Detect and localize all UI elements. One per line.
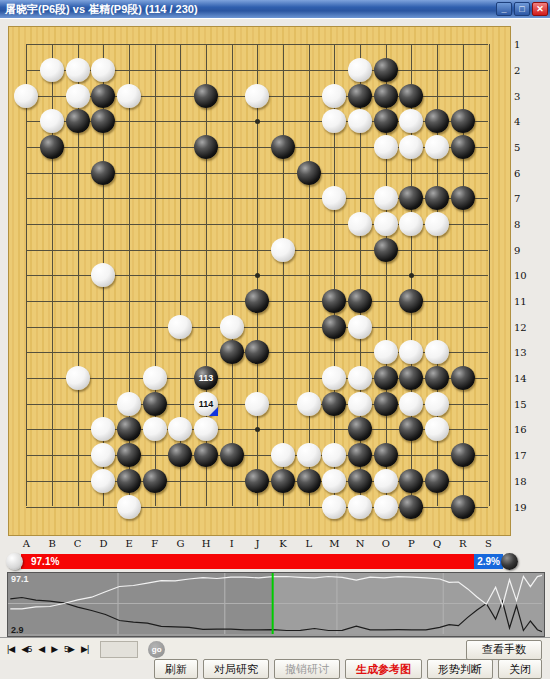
go-stone[interactable] — [271, 135, 295, 159]
go-stone[interactable] — [322, 443, 346, 467]
action-button-3[interactable]: 生成参考图 — [345, 659, 422, 679]
view-move-numbers-button[interactable]: 查看手数 — [466, 640, 542, 660]
go-stone[interactable] — [168, 315, 192, 339]
first-move-button[interactable]: |◀ — [7, 644, 14, 654]
move-number-input[interactable] — [100, 641, 138, 658]
maximize-button[interactable]: □ — [514, 2, 530, 16]
last-move-marker — [209, 407, 218, 416]
go-stone[interactable] — [451, 366, 475, 390]
go-stone[interactable] — [374, 366, 398, 390]
go-stone[interactable] — [91, 84, 115, 108]
go-stone[interactable] — [245, 469, 269, 493]
go-stone[interactable] — [451, 109, 475, 133]
go-stone[interactable] — [348, 417, 372, 441]
go-stone[interactable] — [425, 417, 449, 441]
go-stone[interactable] — [348, 84, 372, 108]
go-stone[interactable] — [322, 469, 346, 493]
winrate-graph-canvas — [8, 573, 542, 634]
go-stone[interactable] — [374, 340, 398, 364]
go-stone[interactable] — [348, 315, 372, 339]
go-stone[interactable] — [322, 84, 346, 108]
action-button-row: 刷新对局研究撤销研讨生成参考图形势判断关闭 — [0, 659, 542, 679]
go-stone[interactable] — [66, 84, 90, 108]
go-stone[interactable] — [91, 109, 115, 133]
go-stone[interactable] — [40, 109, 64, 133]
go-stone[interactable] — [143, 417, 167, 441]
forward-button[interactable]: ▶ — [51, 644, 57, 654]
go-stone[interactable] — [322, 315, 346, 339]
go-stone[interactable] — [117, 495, 141, 519]
action-button-0[interactable]: 刷新 — [154, 659, 198, 679]
winrate-bar: 97.1% 2.9% — [6, 553, 518, 570]
go-stone[interactable] — [425, 186, 449, 210]
close-button[interactable]: ✕ — [532, 2, 548, 16]
go-stone[interactable] — [374, 392, 398, 416]
go-stone[interactable] — [271, 469, 295, 493]
go-stone[interactable] — [348, 469, 372, 493]
go-stone[interactable] — [348, 366, 372, 390]
go-stone[interactable] — [399, 186, 423, 210]
forward-5-button[interactable]: 5▶ — [64, 644, 74, 654]
black-winrate-segment: 2.9% — [474, 554, 503, 569]
go-stone[interactable] — [425, 109, 449, 133]
graph-max-label: 97.1 — [11, 574, 29, 584]
go-stone[interactable] — [374, 84, 398, 108]
go-stone[interactable] — [117, 392, 141, 416]
go-button[interactable]: go — [148, 641, 165, 658]
go-stone[interactable] — [40, 135, 64, 159]
action-button-4[interactable]: 形势判断 — [427, 659, 493, 679]
graph-min-label: 2.9 — [11, 625, 24, 635]
go-stone[interactable] — [399, 417, 423, 441]
window-title: 屠晓宇(P6段) vs 崔精(P9段) (114 / 230) — [5, 2, 198, 17]
star-point — [409, 273, 414, 278]
go-stone[interactable] — [425, 212, 449, 236]
go-stone[interactable] — [117, 84, 141, 108]
go-stone[interactable] — [399, 135, 423, 159]
go-stone[interactable] — [245, 84, 269, 108]
go-stone[interactable] — [451, 135, 475, 159]
back-5-button[interactable]: ◀5 — [21, 644, 31, 654]
go-stone[interactable] — [399, 495, 423, 519]
go-stone[interactable] — [322, 495, 346, 519]
go-stone[interactable] — [117, 417, 141, 441]
column-coordinates: ABCDEFGHIJKLMNOPQRS — [8, 538, 511, 551]
go-stone[interactable] — [194, 84, 218, 108]
back-button[interactable]: ◀ — [38, 644, 44, 654]
go-stone[interactable] — [425, 366, 449, 390]
go-stone[interactable] — [374, 469, 398, 493]
go-stone[interactable] — [451, 495, 475, 519]
go-stone[interactable] — [348, 392, 372, 416]
go-stone[interactable] — [245, 392, 269, 416]
go-stone[interactable] — [194, 135, 218, 159]
action-button-2: 撤销研讨 — [274, 659, 340, 679]
go-stone[interactable] — [297, 469, 321, 493]
go-stone[interactable] — [91, 263, 115, 287]
action-button-1[interactable]: 对局研究 — [203, 659, 269, 679]
go-stone[interactable] — [425, 340, 449, 364]
go-stone[interactable] — [425, 469, 449, 493]
go-stone[interactable] — [425, 135, 449, 159]
go-stone[interactable] — [399, 392, 423, 416]
go-stone[interactable] — [322, 109, 346, 133]
action-button-5[interactable]: 关闭 — [498, 659, 542, 679]
go-stone[interactable] — [348, 495, 372, 519]
go-stone[interactable] — [220, 315, 244, 339]
minimize-button[interactable]: _ — [496, 2, 512, 16]
go-stone[interactable] — [271, 238, 295, 262]
go-board[interactable]: 113114 — [8, 26, 511, 536]
go-stone[interactable] — [348, 212, 372, 236]
go-stone[interactable]: 113 — [194, 366, 218, 390]
go-stone[interactable] — [220, 443, 244, 467]
go-stone[interactable] — [374, 58, 398, 82]
star-point — [255, 119, 260, 124]
go-stone[interactable] — [245, 289, 269, 313]
star-point — [255, 273, 260, 278]
go-stone[interactable] — [348, 58, 372, 82]
winrate-graph[interactable]: 97.1 2.9 — [7, 572, 545, 637]
navigation-bar: |◀ ◀5 ◀ ▶ 5▶ ▶| go 查看手数 — [0, 637, 550, 660]
go-stone[interactable] — [322, 289, 346, 313]
go-stone[interactable] — [399, 84, 423, 108]
go-stone[interactable] — [194, 417, 218, 441]
go-stone[interactable] — [348, 289, 372, 313]
go-stone[interactable] — [91, 161, 115, 185]
row-coordinates: 12345678910111213141516171819 — [514, 26, 536, 536]
client-area: 113114 ABCDEFGHIJKLMNOPQRS 1234567891011… — [0, 18, 550, 679]
go-stone[interactable] — [374, 495, 398, 519]
go-stone[interactable] — [399, 289, 423, 313]
go-stone[interactable] — [451, 186, 475, 210]
go-stone[interactable] — [374, 212, 398, 236]
go-stone[interactable] — [374, 443, 398, 467]
go-stone[interactable] — [194, 443, 218, 467]
black-stone-icon — [501, 553, 518, 570]
white-winrate-segment: 97.1% — [21, 554, 474, 569]
go-stone[interactable] — [348, 443, 372, 467]
go-stone[interactable] — [66, 58, 90, 82]
go-stone[interactable] — [91, 469, 115, 493]
go-stone[interactable] — [271, 443, 295, 467]
go-stone[interactable]: 114 — [194, 392, 218, 416]
go-stone[interactable] — [143, 469, 167, 493]
go-stone[interactable] — [91, 417, 115, 441]
go-stone[interactable] — [245, 340, 269, 364]
go-stone[interactable] — [322, 392, 346, 416]
go-stone[interactable] — [91, 58, 115, 82]
go-stone[interactable] — [66, 366, 90, 390]
go-stone[interactable] — [374, 186, 398, 210]
go-stone[interactable] — [168, 443, 192, 467]
star-point — [255, 427, 260, 432]
go-stone[interactable] — [451, 443, 475, 467]
go-stone[interactable] — [399, 340, 423, 364]
go-stone[interactable] — [374, 109, 398, 133]
go-stone[interactable] — [168, 417, 192, 441]
go-stone[interactable] — [399, 109, 423, 133]
go-stone[interactable] — [399, 212, 423, 236]
go-stone[interactable] — [348, 109, 372, 133]
go-stone[interactable] — [66, 109, 90, 133]
last-move-button[interactable]: ▶| — [81, 644, 88, 654]
go-stone[interactable] — [143, 366, 167, 390]
go-stone[interactable] — [143, 392, 167, 416]
go-stone[interactable] — [322, 186, 346, 210]
go-stone[interactable] — [297, 161, 321, 185]
go-stone[interactable] — [399, 469, 423, 493]
white-stone-icon — [6, 553, 23, 570]
go-stone[interactable] — [117, 469, 141, 493]
go-stone[interactable] — [374, 135, 398, 159]
go-stone[interactable] — [14, 84, 38, 108]
title-bar: 屠晓宇(P6段) vs 崔精(P9段) (114 / 230) _ □ ✕ — [0, 0, 550, 18]
go-stone[interactable] — [322, 366, 346, 390]
go-stone[interactable] — [297, 392, 321, 416]
go-stone[interactable] — [117, 443, 141, 467]
go-stone[interactable] — [425, 392, 449, 416]
go-stone[interactable] — [399, 366, 423, 390]
go-stone[interactable] — [297, 443, 321, 467]
go-stone[interactable] — [40, 58, 64, 82]
go-stone[interactable] — [220, 340, 244, 364]
go-stone[interactable] — [374, 238, 398, 262]
go-stone[interactable] — [91, 443, 115, 467]
